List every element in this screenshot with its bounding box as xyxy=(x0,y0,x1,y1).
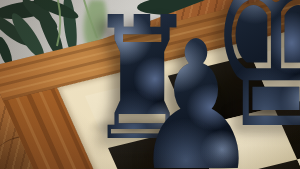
king-glyph: ♚ xyxy=(210,0,300,162)
chess-piece-king[interactable]: ♚ xyxy=(276,0,300,162)
photo-scene: ♜ ♟ ♚ xyxy=(0,0,300,169)
